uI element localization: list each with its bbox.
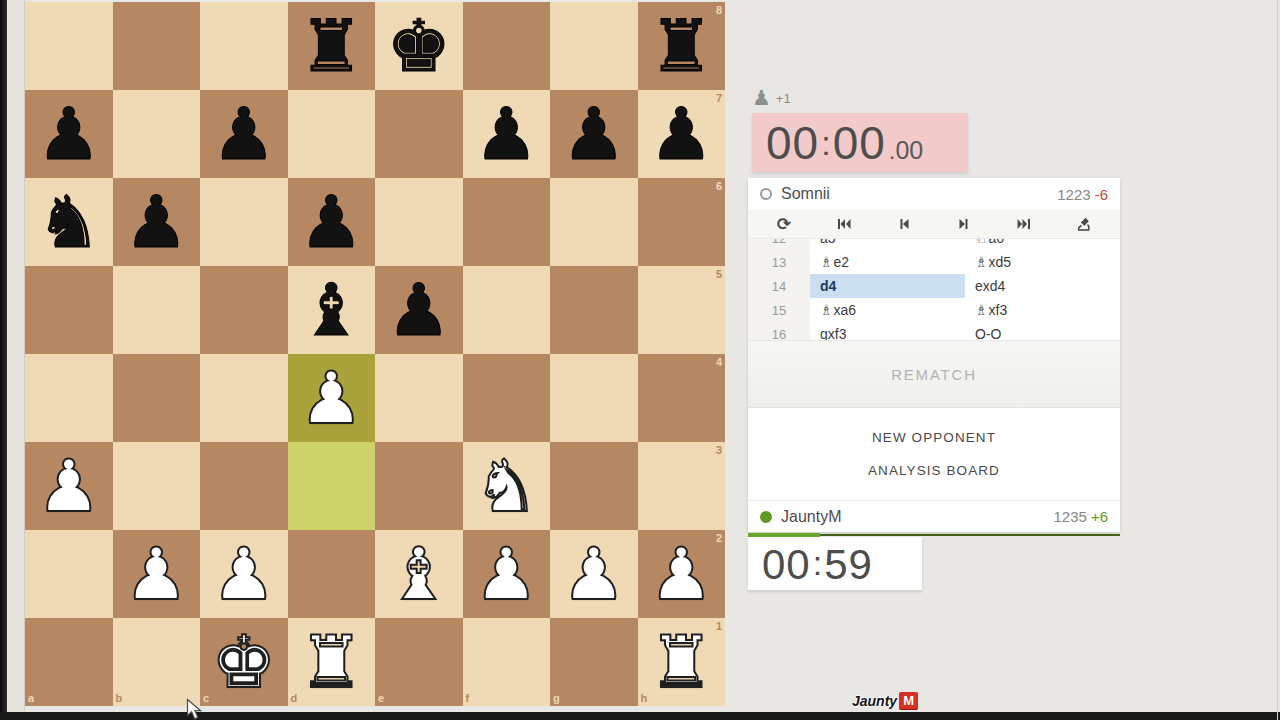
move-san: xd5: [989, 254, 1012, 270]
file-label-d: d: [291, 692, 298, 704]
square-b6[interactable]: ♟: [113, 178, 201, 266]
square-g3[interactable]: [550, 442, 638, 530]
move-row-12: 12a3♘a6: [748, 239, 1120, 250]
move-row-15: 15♗xa6♗xf3: [748, 298, 1120, 322]
watermark-badge: M: [899, 692, 918, 709]
opponent-clock-minutes: 00: [766, 117, 819, 169]
next-move-icon[interactable]: [944, 212, 984, 236]
pawn-icon: ♟: [752, 88, 771, 109]
move-san: d4: [820, 278, 836, 294]
rank-label-8: 8: [716, 4, 722, 16]
square-g7[interactable]: ♟: [550, 90, 638, 178]
mouse-cursor: [186, 698, 204, 720]
piece-glyph-icon: ♗: [820, 254, 833, 270]
square-f8[interactable]: [463, 2, 551, 90]
post-game-actions: NEW OPPONENT ANALYSIS BOARD: [748, 408, 1120, 500]
opponent-name[interactable]: Somnii: [781, 185, 1057, 203]
last-move-icon[interactable]: [1004, 212, 1044, 236]
black-rook-h8[interactable]: ♜: [638, 2, 726, 90]
channel-watermark: Jaunty M: [852, 692, 918, 709]
move-san: a6: [989, 239, 1005, 246]
move-number: 16: [748, 322, 810, 340]
piece-glyph-icon: ♗: [975, 254, 988, 270]
square-a3[interactable]: ♟: [25, 442, 113, 530]
white-bishop-e2[interactable]: ♝: [375, 530, 463, 618]
white-pawn-h2[interactable]: ♟: [638, 530, 726, 618]
player-rating-change: +6: [1091, 508, 1108, 525]
square-c7[interactable]: ♟: [200, 90, 288, 178]
square-c3[interactable]: [200, 442, 288, 530]
white-pawn-d4[interactable]: ♟: [288, 354, 376, 442]
square-f1[interactable]: f: [463, 618, 551, 706]
move-san: gxf3: [820, 326, 846, 340]
move-16-white[interactable]: gxf3: [810, 322, 965, 340]
square-f5[interactable]: [463, 266, 551, 354]
white-pawn-g2[interactable]: ♟: [550, 530, 638, 618]
black-pawn-h7[interactable]: ♟: [638, 90, 726, 178]
opponent-clock-seconds: 00: [833, 117, 886, 169]
material-value: +1: [776, 91, 791, 106]
opponent-rating: 1223: [1057, 186, 1090, 203]
square-b3[interactable]: [113, 442, 201, 530]
black-bishop-d5[interactable]: ♝: [288, 266, 376, 354]
square-a4[interactable]: [25, 354, 113, 442]
black-pawn-c7[interactable]: ♟: [200, 90, 288, 178]
square-c8[interactable]: [200, 2, 288, 90]
square-e3[interactable]: [375, 442, 463, 530]
move-row-16: 16gxf3O-O: [748, 322, 1120, 340]
square-h2[interactable]: 2♟: [638, 530, 726, 618]
square-e7[interactable]: [375, 90, 463, 178]
square-a7[interactable]: ♟: [25, 90, 113, 178]
offline-circle-icon: [760, 188, 772, 200]
analysis-board-button[interactable]: ANALYSIS BOARD: [868, 463, 1000, 478]
cycle-replay-icon[interactable]: ⟳: [764, 212, 804, 236]
square-g5[interactable]: [550, 266, 638, 354]
clock-dot: .: [886, 137, 896, 165]
square-d7[interactable]: [288, 90, 376, 178]
square-b4[interactable]: [113, 354, 201, 442]
square-f3[interactable]: ♞: [463, 442, 551, 530]
square-d6[interactable]: ♟: [288, 178, 376, 266]
move-number: 14: [748, 274, 810, 298]
square-e5[interactable]: ♟: [375, 266, 463, 354]
square-c2[interactable]: ♟: [200, 530, 288, 618]
square-b7[interactable]: [113, 90, 201, 178]
window-right-edge: [1277, 0, 1278, 720]
player-clock-seconds: 59: [824, 541, 873, 589]
move-row-13: 13♗e2♗xd5: [748, 250, 1120, 274]
white-pawn-b2[interactable]: ♟: [113, 530, 201, 618]
piece-glyph-icon: ♗: [975, 302, 988, 318]
opponent-clock: 00:00.00: [752, 113, 968, 172]
square-d1[interactable]: d♜: [288, 618, 376, 706]
player-name[interactable]: JauntyM: [781, 508, 1054, 526]
replay-controls: ⟳: [748, 210, 1120, 239]
black-pawn-e5[interactable]: ♟: [375, 266, 463, 354]
square-d2[interactable]: [288, 530, 376, 618]
move-number: 13: [748, 250, 810, 274]
move-14-black[interactable]: exd4: [965, 274, 1120, 298]
file-label-h: h: [641, 692, 648, 704]
square-d4[interactable]: ♟: [288, 354, 376, 442]
move-san: xa6: [834, 302, 857, 318]
player-clock: 00:59: [748, 537, 922, 590]
move-san: O-O: [975, 326, 1001, 340]
square-b2[interactable]: ♟: [113, 530, 201, 618]
square-h6[interactable]: 6: [638, 178, 726, 266]
square-f2[interactable]: ♟: [463, 530, 551, 618]
move-san: exd4: [975, 278, 1005, 294]
previous-move-icon[interactable]: [884, 212, 924, 236]
white-pawn-f2[interactable]: ♟: [463, 530, 551, 618]
square-h5[interactable]: 5: [638, 266, 726, 354]
analysis-microscope-icon[interactable]: [1064, 212, 1104, 236]
file-label-f: f: [466, 692, 470, 704]
move-12-white[interactable]: a3: [810, 239, 965, 250]
black-knight-a6[interactable]: ♞: [25, 178, 113, 266]
window-left-edge: [0, 0, 7, 720]
move-number: 12: [748, 239, 810, 250]
black-pawn-g7[interactable]: ♟: [550, 90, 638, 178]
square-b5[interactable]: [113, 266, 201, 354]
move-row-14: 14d4exd4: [748, 274, 1120, 298]
square-h1[interactable]: h1♜: [638, 618, 726, 706]
move-san: e2: [834, 254, 850, 270]
material-advantage: ♟ +1: [752, 85, 791, 111]
move-15-white[interactable]: ♗xa6: [810, 298, 965, 322]
move-12-black[interactable]: ♘a6: [965, 239, 1120, 250]
clock-colon: :: [811, 544, 824, 583]
square-b1[interactable]: b: [113, 618, 201, 706]
black-pawn-b6[interactable]: ♟: [113, 178, 201, 266]
white-rook-d1[interactable]: ♜: [288, 618, 376, 706]
square-d3[interactable]: [288, 442, 376, 530]
move-13-white[interactable]: ♗e2: [810, 250, 965, 274]
rank-label-7: 7: [716, 92, 722, 104]
square-e2[interactable]: ♝: [375, 530, 463, 618]
square-c5[interactable]: [200, 266, 288, 354]
black-pawn-a7[interactable]: ♟: [25, 90, 113, 178]
rank-label-5: 5: [716, 268, 722, 280]
square-e1[interactable]: e: [375, 618, 463, 706]
move-san: xf3: [989, 302, 1008, 318]
square-a8[interactable]: [25, 2, 113, 90]
file-label-e: e: [378, 692, 384, 704]
clock-colon: :: [819, 124, 832, 163]
square-e6[interactable]: [375, 178, 463, 266]
square-d8[interactable]: ♜: [288, 2, 376, 90]
game-sidebar: Somnii 1223 -6 ⟳ 12a3♘a613♗e2♗xd514d4exd…: [748, 178, 1120, 532]
square-c1[interactable]: c♚: [200, 618, 288, 706]
white-pawn-a3[interactable]: ♟: [25, 442, 113, 530]
piece-glyph-icon: ♗: [820, 302, 833, 318]
opponent-clock-tenths: 00: [895, 136, 923, 165]
square-e8[interactable]: ♚: [375, 2, 463, 90]
chess-board[interactable]: ♜♚8♜♟♟♟♟7♟♞♟♟6♝♟5♟4♟♞3♟♟♝♟♟2♟abc♚d♜efgh1…: [25, 2, 725, 706]
square-a5[interactable]: [25, 266, 113, 354]
white-rook-h1[interactable]: ♜: [638, 618, 726, 706]
black-rook-d8[interactable]: ♜: [288, 2, 376, 90]
square-g4[interactable]: [550, 354, 638, 442]
white-king-c1[interactable]: ♚: [200, 618, 288, 706]
square-h4[interactable]: 4: [638, 354, 726, 442]
piece-glyph-icon: ♘: [975, 239, 988, 246]
square-g6[interactable]: [550, 178, 638, 266]
file-label-g: g: [553, 692, 560, 704]
square-g8[interactable]: [550, 2, 638, 90]
white-knight-f3[interactable]: ♞: [463, 442, 551, 530]
rank-label-3: 3: [716, 444, 722, 456]
first-move-icon[interactable]: [824, 212, 864, 236]
square-c4[interactable]: [200, 354, 288, 442]
square-f7[interactable]: ♟: [463, 90, 551, 178]
move-15-black[interactable]: ♗xf3: [965, 298, 1120, 322]
square-c6[interactable]: [200, 178, 288, 266]
square-a1[interactable]: a: [25, 618, 113, 706]
square-d5[interactable]: ♝: [288, 266, 376, 354]
online-circle-icon: [760, 511, 772, 523]
black-king-e8[interactable]: ♚: [375, 2, 463, 90]
square-f4[interactable]: [463, 354, 551, 442]
black-pawn-d6[interactable]: ♟: [288, 178, 376, 266]
file-label-a: a: [28, 692, 34, 704]
square-f6[interactable]: [463, 178, 551, 266]
rank-label-6: 6: [716, 180, 722, 192]
watermark-text: Jaunty: [852, 693, 897, 709]
rank-label-4: 4: [716, 356, 722, 368]
rematch-label: REMATCH: [891, 366, 977, 383]
move-number: 15: [748, 298, 810, 322]
new-opponent-button[interactable]: NEW OPPONENT: [872, 430, 996, 445]
square-g1[interactable]: g: [550, 618, 638, 706]
square-a2[interactable]: [25, 530, 113, 618]
square-a6[interactable]: ♞: [25, 178, 113, 266]
black-pawn-f7[interactable]: ♟: [463, 90, 551, 178]
move-list[interactable]: 12a3♘a613♗e2♗xd514d4exd415♗xa6♗xf316gxf3…: [748, 239, 1120, 340]
page-left-gutter: [7, 0, 25, 720]
player-clock-minutes: 00: [762, 541, 811, 589]
file-label-b: b: [116, 692, 123, 704]
square-b8[interactable]: [113, 2, 201, 90]
opponent-rating-change: -6: [1095, 186, 1108, 203]
move-13-black[interactable]: ♗xd5: [965, 250, 1120, 274]
rank-label-2: 2: [716, 532, 722, 544]
square-h3[interactable]: 3: [638, 442, 726, 530]
square-g2[interactable]: ♟: [550, 530, 638, 618]
rank-label-1: 1: [716, 620, 722, 632]
player-rating: 1235: [1054, 508, 1087, 525]
opponent-row[interactable]: Somnii 1223 -6: [748, 178, 1120, 210]
square-h8[interactable]: 8♜: [638, 2, 726, 90]
move-14-white[interactable]: d4: [810, 274, 965, 298]
move-16-black[interactable]: O-O: [965, 322, 1120, 340]
white-pawn-c2[interactable]: ♟: [200, 530, 288, 618]
player-row[interactable]: JauntyM 1235 +6: [748, 500, 1120, 532]
move-san: a3: [820, 239, 836, 246]
square-h7[interactable]: 7♟: [638, 90, 726, 178]
rematch-button[interactable]: REMATCH: [748, 340, 1120, 408]
square-e4[interactable]: [375, 354, 463, 442]
